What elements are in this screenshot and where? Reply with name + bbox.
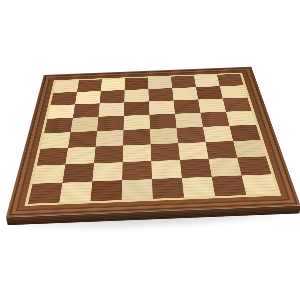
square-e4[interactable]	[150, 128, 178, 144]
square-d4[interactable]	[123, 129, 151, 145]
square-e1[interactable]	[152, 178, 184, 199]
square-b2[interactable]	[62, 163, 94, 182]
square-a5[interactable]	[44, 118, 73, 133]
square-f7[interactable]	[172, 87, 198, 100]
square-f6[interactable]	[174, 99, 201, 113]
square-f1[interactable]	[182, 177, 215, 198]
square-b7[interactable]	[75, 91, 101, 104]
square-c5[interactable]	[97, 116, 124, 131]
square-d1[interactable]	[122, 179, 153, 200]
square-g6[interactable]	[198, 98, 226, 112]
square-c8[interactable]	[101, 78, 125, 91]
square-b1[interactable]	[59, 181, 92, 202]
square-c3[interactable]	[94, 145, 123, 163]
square-e7[interactable]	[148, 88, 173, 101]
square-f4[interactable]	[176, 127, 205, 143]
square-c7[interactable]	[100, 90, 125, 103]
square-h4[interactable]	[229, 125, 260, 141]
square-e6[interactable]	[149, 100, 175, 114]
square-c4[interactable]	[96, 130, 124, 147]
square-a1[interactable]	[28, 183, 62, 204]
square-c1[interactable]	[90, 180, 122, 201]
board-3d-stage	[67, 46, 232, 211]
frame-ridge	[11, 68, 295, 214]
square-d7[interactable]	[124, 89, 149, 102]
square-f2[interactable]	[180, 159, 212, 178]
square-d2[interactable]	[122, 161, 152, 180]
square-a7[interactable]	[50, 92, 77, 105]
square-b8[interactable]	[77, 79, 102, 92]
square-h5[interactable]	[226, 111, 256, 126]
square-h7[interactable]	[220, 85, 248, 98]
square-h1[interactable]	[242, 174, 278, 195]
product-photo-background	[0, 0, 300, 300]
square-d8[interactable]	[125, 78, 149, 91]
square-a4[interactable]	[41, 132, 71, 149]
square-b4[interactable]	[68, 131, 97, 148]
square-f3[interactable]	[178, 142, 208, 160]
square-a6[interactable]	[47, 104, 75, 118]
square-c6[interactable]	[98, 102, 124, 116]
square-e8[interactable]	[148, 77, 172, 89]
square-f8[interactable]	[171, 76, 196, 88]
frame-outer-molding	[6, 67, 300, 218]
maple-border-strip	[24, 73, 281, 206]
frame-inner-groove	[16, 70, 291, 212]
square-g2[interactable]	[209, 158, 242, 177]
square-h3[interactable]	[233, 140, 266, 158]
square-b5[interactable]	[71, 117, 99, 132]
square-h8[interactable]	[217, 74, 244, 86]
square-g4[interactable]	[203, 126, 233, 142]
square-g8[interactable]	[194, 75, 220, 87]
square-h6[interactable]	[223, 98, 252, 112]
square-f5[interactable]	[175, 113, 203, 128]
square-a2[interactable]	[33, 164, 66, 183]
square-d5[interactable]	[124, 115, 150, 130]
square-e5[interactable]	[149, 114, 176, 129]
square-c2[interactable]	[92, 162, 122, 181]
square-b6[interactable]	[73, 103, 100, 117]
square-d3[interactable]	[123, 144, 152, 162]
frame-groove	[9, 68, 298, 216]
square-a3[interactable]	[37, 148, 68, 166]
square-g5[interactable]	[200, 112, 229, 127]
square-d6[interactable]	[124, 101, 150, 115]
chess-board	[6, 67, 300, 218]
square-e2[interactable]	[151, 160, 182, 179]
square-b3[interactable]	[65, 147, 95, 165]
board-grid	[28, 74, 277, 204]
square-g1[interactable]	[212, 175, 247, 196]
square-e3[interactable]	[151, 143, 180, 161]
square-h2[interactable]	[237, 156, 271, 175]
square-g3[interactable]	[206, 141, 238, 159]
frame-broad-band	[18, 71, 288, 210]
square-g7[interactable]	[196, 86, 223, 99]
